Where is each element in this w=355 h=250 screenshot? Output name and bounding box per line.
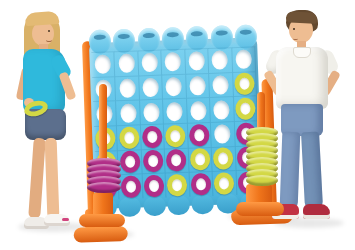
drop-slot <box>234 24 257 49</box>
drop-slot <box>113 29 136 54</box>
slot-opening <box>191 31 203 36</box>
cell-r4c5 <box>188 122 212 147</box>
boy-mouth <box>293 37 298 40</box>
scallop-bump <box>119 196 142 217</box>
empty-hole <box>143 102 160 122</box>
cell-r6c4 <box>166 172 190 197</box>
drop-slot <box>186 26 209 51</box>
cell-r5c4 <box>165 147 189 172</box>
cell-r1c7 <box>232 46 256 71</box>
cell-r2c2 <box>116 75 140 100</box>
empty-hole <box>189 76 206 96</box>
cell-r6c5 <box>189 171 213 196</box>
stacked-ring <box>87 182 121 193</box>
empty-hole <box>120 103 137 123</box>
cell-r6c6 <box>213 170 237 195</box>
empty-hole <box>165 52 182 72</box>
yellow-ring <box>235 98 256 121</box>
girl-eye <box>48 30 50 32</box>
cell-r3c7 <box>234 96 258 121</box>
boy-jeans-left-leg <box>280 132 301 209</box>
yellow-ring <box>190 148 211 171</box>
cell-r5c5 <box>188 147 212 172</box>
yellow-ring <box>119 126 140 149</box>
cell-r5c3 <box>142 148 166 173</box>
empty-hole <box>190 101 207 121</box>
magenta-ring <box>189 124 210 147</box>
cell-r4c3 <box>141 124 165 149</box>
slot-opening <box>142 33 154 38</box>
empty-hole <box>188 51 205 71</box>
drop-slot <box>162 27 185 52</box>
magenta-ring-stack <box>87 158 121 193</box>
slot-opening <box>167 32 179 37</box>
cell-r3c4 <box>163 98 187 123</box>
cell-r3c6 <box>210 96 234 121</box>
empty-hole <box>167 102 184 122</box>
drop-slot <box>89 29 112 54</box>
magenta-ring <box>144 175 165 198</box>
empty-hole <box>141 53 158 73</box>
cell-r5c2 <box>118 149 142 174</box>
girl-shoe-stripe <box>62 218 69 221</box>
scallop-bump <box>143 196 166 217</box>
girl-back-leg <box>28 138 46 219</box>
magenta-ring <box>191 173 212 196</box>
magenta-ring <box>143 150 164 173</box>
yellow-ring <box>165 125 186 148</box>
empty-hole <box>95 55 112 75</box>
scallop-bump <box>167 195 190 216</box>
drop-slot <box>210 25 233 50</box>
cell-r2c6 <box>209 72 233 97</box>
yellow-ring <box>167 174 188 197</box>
slot-opening <box>215 30 227 35</box>
girl-hair-fringe <box>25 11 60 26</box>
cell-r1c5 <box>185 48 209 73</box>
left-post-foot <box>79 214 125 227</box>
cell-r1c6 <box>208 47 232 72</box>
empty-hole <box>214 125 231 145</box>
empty-hole <box>235 50 252 70</box>
cell-r1c1 <box>91 51 115 76</box>
empty-hole <box>212 51 229 71</box>
empty-hole <box>213 75 230 95</box>
cell-r1c4 <box>162 49 186 74</box>
boy-hair-fringe <box>286 11 318 24</box>
boy-eye <box>293 28 295 30</box>
girl-smile <box>46 38 52 42</box>
empty-hole <box>119 79 136 99</box>
slot-opening <box>94 35 106 40</box>
cell-r4c2 <box>117 124 141 149</box>
slot-opening <box>118 34 130 39</box>
scallop-bump <box>192 194 215 215</box>
stacked-ring <box>246 175 278 186</box>
cell-r6c2 <box>119 174 143 199</box>
magenta-ring <box>166 149 187 172</box>
cell-r4c6 <box>211 121 235 146</box>
yellow-ring <box>213 148 234 171</box>
empty-hole <box>166 77 183 97</box>
boy-right-sneaker <box>303 204 330 219</box>
yellow-ring <box>214 172 235 195</box>
cell-r3c5 <box>187 97 211 122</box>
girl-player <box>4 12 90 238</box>
boy-jeans-right-leg <box>301 132 323 209</box>
drop-slot <box>137 28 160 53</box>
cell-r1c3 <box>138 50 162 75</box>
empty-hole <box>213 100 230 120</box>
empty-hole <box>142 78 159 98</box>
magenta-ring <box>142 125 163 148</box>
yellow-ring-stack <box>246 127 278 186</box>
empty-hole <box>118 54 135 74</box>
cell-r3c2 <box>116 100 140 125</box>
girl-front-leg <box>45 138 60 218</box>
slot-opening <box>240 29 252 34</box>
magenta-ring <box>120 176 141 199</box>
boy-polo-collar <box>293 47 311 58</box>
cell-r2c4 <box>162 73 186 98</box>
product-photo <box>0 0 355 250</box>
cell-r3c3 <box>140 99 164 124</box>
magenta-ring <box>119 151 140 174</box>
yellow-ring <box>234 73 255 96</box>
cell-r5c6 <box>212 146 236 171</box>
right-post-foot <box>236 202 284 216</box>
cell-r6c3 <box>142 173 166 198</box>
cell-r4c4 <box>164 123 188 148</box>
cell-r2c7 <box>233 71 257 96</box>
cell-r2c5 <box>186 73 210 98</box>
cell-r2c3 <box>139 74 163 99</box>
cell-r1c2 <box>115 50 139 75</box>
